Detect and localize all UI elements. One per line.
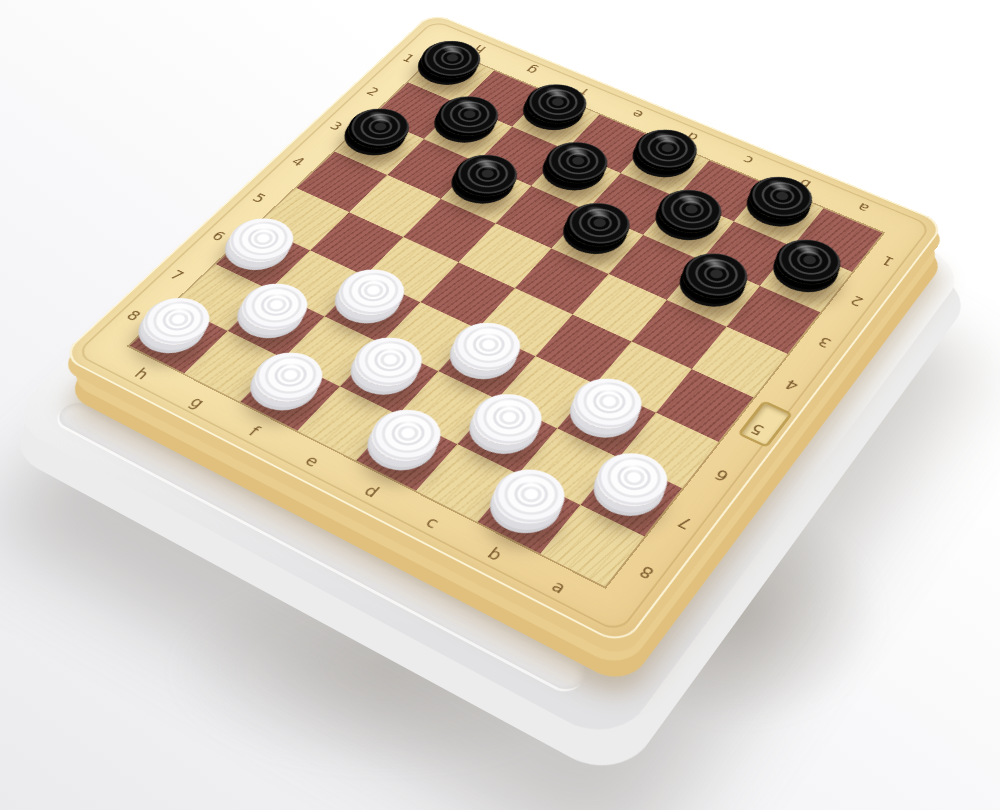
scene: hgfedcba hgfedcba 12345678 12345678: [0, 0, 1000, 810]
square-b3[interactable]: [667, 260, 760, 327]
black-checker-b3[interactable]: [671, 245, 759, 308]
product-photo: hgfedcba hgfedcba 12345678 12345678: [0, 0, 1000, 810]
board-3d: hgfedcba hgfedcba 12345678 12345678: [60, 12, 946, 647]
white-checker-g7[interactable]: [229, 275, 321, 339]
board-frame: hgfedcba hgfedcba 12345678 12345678: [60, 12, 946, 647]
square-c4[interactable]: [573, 274, 667, 341]
